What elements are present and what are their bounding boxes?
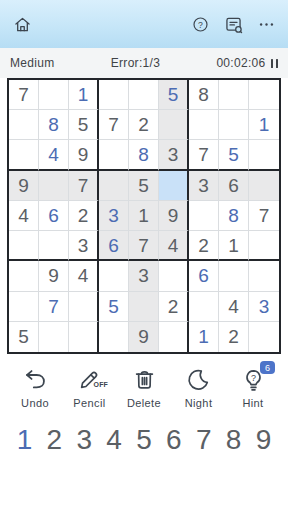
cell-r7c5[interactable]: 3 (129, 261, 159, 291)
cell-r9c4[interactable] (99, 322, 129, 352)
cell-r4c5[interactable]: 5 (129, 171, 159, 201)
cell-r2c1[interactable] (9, 110, 39, 140)
cell-r2c5[interactable]: 2 (129, 110, 159, 140)
svg-text:?: ? (198, 19, 203, 29)
error-counter: Error:1/3 (111, 56, 160, 70)
cell-r6c7[interactable]: 2 (189, 231, 219, 261)
numpad-digit-9[interactable]: 9 (251, 425, 276, 456)
cell-r7c2[interactable]: 9 (39, 261, 69, 291)
cell-r1c7[interactable]: 8 (189, 80, 219, 110)
cell-r7c4[interactable] (99, 261, 129, 291)
timer-value: 00:02:06 (216, 56, 265, 70)
numpad-digit-5[interactable]: 5 (132, 425, 157, 456)
sudoku-grid: 7158857214983759753646231987367421943675… (7, 78, 281, 354)
cell-r8c8[interactable]: 4 (219, 292, 249, 322)
numpad-digit-3[interactable]: 3 (72, 425, 97, 456)
cell-r7c3[interactable]: 4 (69, 261, 99, 291)
top-bar: ? (0, 0, 288, 48)
cell-r2c8[interactable] (219, 110, 249, 140)
cell-r6c4[interactable]: 6 (99, 231, 129, 261)
delete-label: Delete (127, 397, 161, 409)
cell-r4c7[interactable]: 3 (189, 171, 219, 201)
cell-r5c1[interactable]: 4 (9, 201, 39, 231)
cell-r8c6[interactable]: 2 (159, 292, 189, 322)
delete-button[interactable]: Delete (119, 366, 169, 409)
hint-button[interactable]: ? 6 Hint (228, 366, 278, 409)
cell-r5c8[interactable]: 8 (219, 201, 249, 231)
numpad-digit-7[interactable]: 7 (191, 425, 216, 456)
undo-icon (22, 366, 49, 393)
cell-r4c2[interactable] (39, 171, 69, 201)
cell-r7c9[interactable] (249, 261, 279, 291)
cell-r9c5[interactable]: 9 (129, 322, 159, 352)
cell-r7c1[interactable] (9, 261, 39, 291)
cell-r2c6[interactable] (159, 110, 189, 140)
tool-bar: Undo OFF Pencil Delete Night (0, 366, 288, 409)
cell-r4c1[interactable]: 9 (9, 171, 39, 201)
cell-r5c2[interactable]: 6 (39, 201, 69, 231)
cell-r5c7[interactable] (189, 201, 219, 231)
pencil-icon (76, 366, 103, 393)
undo-button[interactable]: Undo (10, 366, 60, 409)
cell-r8c5[interactable] (129, 292, 159, 322)
cell-r2c9[interactable]: 1 (249, 110, 279, 140)
status-bar: Medium Error:1/3 00:02:06 (0, 48, 288, 78)
cell-r6c5[interactable]: 7 (129, 231, 159, 261)
board-icon (223, 14, 244, 35)
cell-r1c9[interactable] (249, 80, 279, 110)
cell-r1c8[interactable] (219, 80, 249, 110)
cell-r6c2[interactable] (39, 231, 69, 261)
cell-r2c7[interactable] (189, 110, 219, 140)
cell-r7c6[interactable] (159, 261, 189, 291)
cell-r4c6[interactable] (159, 171, 189, 201)
cell-r3c6[interactable]: 3 (159, 140, 189, 170)
cell-r6c3[interactable]: 3 (69, 231, 99, 261)
cell-r5c5[interactable]: 1 (129, 201, 159, 231)
cell-r5c6[interactable]: 9 (159, 201, 189, 231)
cell-r9c3[interactable] (69, 322, 99, 352)
pencil-label: Pencil (73, 397, 105, 409)
night-label: Night (185, 397, 213, 409)
cell-r2c3[interactable]: 5 (69, 110, 99, 140)
cell-r3c7[interactable]: 7 (189, 140, 219, 170)
pencil-state-badge: OFF (94, 381, 109, 388)
cell-r4c4[interactable] (99, 171, 129, 201)
cell-r9c2[interactable] (39, 322, 69, 352)
numpad-digit-4[interactable]: 4 (102, 425, 127, 456)
cell-r5c4[interactable]: 3 (99, 201, 129, 231)
difficulty-label: Medium (10, 56, 54, 70)
cell-r3c9[interactable] (249, 140, 279, 170)
cell-r7c7[interactable]: 6 (189, 261, 219, 291)
help-icon: ? (191, 15, 210, 34)
help-button[interactable]: ? (191, 15, 210, 34)
cell-r7c8[interactable] (219, 261, 249, 291)
trash-icon (131, 366, 158, 393)
cell-r8c3[interactable] (69, 292, 99, 322)
hint-count-badge: 6 (260, 361, 275, 374)
cell-r4c9[interactable] (249, 171, 279, 201)
cell-r9c6[interactable] (159, 322, 189, 352)
cell-r1c6[interactable]: 5 (159, 80, 189, 110)
cell-r5c9[interactable]: 7 (249, 201, 279, 231)
cell-r8c7[interactable] (189, 292, 219, 322)
svg-text:?: ? (250, 373, 255, 383)
numpad-digit-6[interactable]: 6 (161, 425, 186, 456)
cell-r6c6[interactable]: 4 (159, 231, 189, 261)
night-button[interactable]: Night (174, 366, 224, 409)
cell-r3c1[interactable] (9, 140, 39, 170)
cell-r4c8[interactable]: 6 (219, 171, 249, 201)
cell-r6c9[interactable] (249, 231, 279, 261)
cell-r2c4[interactable]: 7 (99, 110, 129, 140)
number-pad: 123456789 (0, 425, 288, 456)
cell-r9c9[interactable] (249, 322, 279, 352)
cell-r1c5[interactable] (129, 80, 159, 110)
cell-r8c4[interactable]: 5 (99, 292, 129, 322)
cell-r1c4[interactable] (99, 80, 129, 110)
cell-r8c9[interactable]: 3 (249, 292, 279, 322)
more-icon (257, 15, 276, 34)
cell-r3c3[interactable]: 9 (69, 140, 99, 170)
cell-r9c7[interactable]: 1 (189, 322, 219, 352)
cell-r9c8[interactable]: 2 (219, 322, 249, 352)
board-button[interactable] (223, 14, 244, 35)
cell-r2c2[interactable]: 8 (39, 110, 69, 140)
pause-button[interactable] (271, 59, 279, 68)
numpad-digit-2[interactable]: 2 (42, 425, 67, 456)
cell-r8c2[interactable]: 7 (39, 292, 69, 322)
home-button[interactable] (12, 14, 33, 35)
hint-label: Hint (242, 397, 263, 409)
cell-r9c1[interactable]: 5 (9, 322, 39, 352)
undo-label: Undo (21, 397, 49, 409)
cell-r3c5[interactable]: 8 (129, 140, 159, 170)
cell-r6c8[interactable]: 1 (219, 231, 249, 261)
pencil-button[interactable]: OFF Pencil (65, 366, 115, 409)
cell-r3c8[interactable]: 5 (219, 140, 249, 170)
cell-r6c1[interactable] (9, 231, 39, 261)
cell-r1c3[interactable]: 1 (69, 80, 99, 110)
cell-r8c1[interactable] (9, 292, 39, 322)
numpad-digit-1[interactable]: 1 (12, 425, 37, 456)
cell-r4c3[interactable]: 7 (69, 171, 99, 201)
home-icon (12, 14, 33, 35)
moon-icon (185, 366, 212, 393)
numpad-digit-8[interactable]: 8 (221, 425, 246, 456)
cell-r1c1[interactable]: 7 (9, 80, 39, 110)
more-button[interactable] (257, 15, 276, 34)
cell-r1c2[interactable] (39, 80, 69, 110)
cell-r3c2[interactable]: 4 (39, 140, 69, 170)
cell-r5c3[interactable]: 2 (69, 201, 99, 231)
cell-r3c4[interactable] (99, 140, 129, 170)
